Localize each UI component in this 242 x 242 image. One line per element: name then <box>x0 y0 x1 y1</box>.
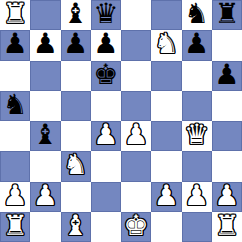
square-f1[interactable] <box>151 212 181 242</box>
piece-black-knight: ♞ <box>3 91 28 120</box>
square-d6[interactable]: ♚ <box>91 61 121 91</box>
square-f3[interactable] <box>151 151 181 181</box>
square-e8[interactable] <box>121 0 151 30</box>
square-b6[interactable] <box>30 61 60 91</box>
square-a1[interactable]: ♜ <box>0 212 30 242</box>
square-g8[interactable]: ♞ <box>182 0 212 30</box>
square-g1[interactable] <box>182 212 212 242</box>
square-c6[interactable] <box>61 61 91 91</box>
square-g2[interactable]: ♟ <box>182 182 212 212</box>
square-c4[interactable] <box>61 121 91 151</box>
square-a6[interactable] <box>0 61 30 91</box>
square-d1[interactable] <box>91 212 121 242</box>
piece-white-pawn: ♟ <box>3 182 28 211</box>
square-h8[interactable]: ♜ <box>212 0 242 30</box>
square-a4[interactable] <box>0 121 30 151</box>
square-h6[interactable]: ♟ <box>212 61 242 91</box>
piece-white-rook: ♜ <box>3 0 28 29</box>
square-e5[interactable] <box>121 91 151 121</box>
square-h4[interactable] <box>212 121 242 151</box>
square-d7[interactable]: ♟ <box>91 30 121 60</box>
chess-board: ♜♝♛♞♜♟♟♟♟♞♟♚♟♞♝♟♟♛♞♟♟♟♟♟♜♝♚♜ <box>0 0 242 242</box>
square-a7[interactable]: ♟ <box>0 30 30 60</box>
piece-white-knight: ♞ <box>63 151 88 180</box>
piece-white-pawn: ♟ <box>33 182 58 211</box>
piece-black-pawn: ♟ <box>93 30 118 59</box>
square-b8[interactable] <box>30 0 60 30</box>
square-f8[interactable] <box>151 0 181 30</box>
square-g4[interactable]: ♛ <box>182 121 212 151</box>
square-f6[interactable] <box>151 61 181 91</box>
piece-white-rook: ♜ <box>3 212 28 241</box>
piece-black-bishop: ♝ <box>63 0 88 29</box>
square-b7[interactable]: ♟ <box>30 30 60 60</box>
piece-white-pawn: ♟ <box>124 121 149 150</box>
square-a5[interactable]: ♞ <box>0 91 30 121</box>
square-c2[interactable] <box>61 182 91 212</box>
piece-black-pawn: ♟ <box>184 30 209 59</box>
square-g6[interactable] <box>182 61 212 91</box>
square-e3[interactable] <box>121 151 151 181</box>
square-d5[interactable] <box>91 91 121 121</box>
square-g7[interactable]: ♟ <box>182 30 212 60</box>
square-h5[interactable] <box>212 91 242 121</box>
square-h1[interactable]: ♜ <box>212 212 242 242</box>
square-a8[interactable]: ♜ <box>0 0 30 30</box>
piece-white-pawn: ♟ <box>184 182 209 211</box>
piece-white-king: ♚ <box>124 212 149 241</box>
piece-white-bishop: ♝ <box>63 212 88 241</box>
piece-white-rook: ♜ <box>214 212 239 241</box>
square-a2[interactable]: ♟ <box>0 182 30 212</box>
piece-white-queen: ♛ <box>184 121 209 150</box>
piece-white-pawn: ♟ <box>93 121 118 150</box>
square-h3[interactable] <box>212 151 242 181</box>
piece-black-pawn: ♟ <box>63 30 88 59</box>
piece-black-queen: ♛ <box>93 0 118 29</box>
square-d2[interactable] <box>91 182 121 212</box>
square-f7[interactable]: ♞ <box>151 30 181 60</box>
piece-black-bishop: ♝ <box>33 121 58 150</box>
piece-black-pawn: ♟ <box>214 61 239 90</box>
square-g3[interactable] <box>182 151 212 181</box>
square-f2[interactable]: ♟ <box>151 182 181 212</box>
square-b5[interactable] <box>30 91 60 121</box>
piece-black-pawn: ♟ <box>3 30 28 59</box>
square-b2[interactable]: ♟ <box>30 182 60 212</box>
square-b4[interactable]: ♝ <box>30 121 60 151</box>
square-d4[interactable]: ♟ <box>91 121 121 151</box>
square-c3[interactable]: ♞ <box>61 151 91 181</box>
piece-black-pawn: ♟ <box>33 30 58 59</box>
piece-black-rook: ♜ <box>214 0 239 29</box>
square-d3[interactable] <box>91 151 121 181</box>
square-b1[interactable] <box>30 212 60 242</box>
piece-black-king: ♚ <box>93 61 118 90</box>
square-e4[interactable]: ♟ <box>121 121 151 151</box>
square-c8[interactable]: ♝ <box>61 0 91 30</box>
square-c1[interactable]: ♝ <box>61 212 91 242</box>
piece-white-pawn: ♟ <box>154 182 179 211</box>
square-e2[interactable] <box>121 182 151 212</box>
square-e1[interactable]: ♚ <box>121 212 151 242</box>
square-h7[interactable] <box>212 30 242 60</box>
square-f4[interactable] <box>151 121 181 151</box>
square-c5[interactable] <box>61 91 91 121</box>
piece-white-knight: ♞ <box>154 30 179 59</box>
square-d8[interactable]: ♛ <box>91 0 121 30</box>
square-c7[interactable]: ♟ <box>61 30 91 60</box>
square-g5[interactable] <box>182 91 212 121</box>
piece-black-knight: ♞ <box>184 0 209 29</box>
square-e6[interactable] <box>121 61 151 91</box>
piece-white-pawn: ♟ <box>214 182 239 211</box>
square-e7[interactable] <box>121 30 151 60</box>
square-h2[interactable]: ♟ <box>212 182 242 212</box>
square-a3[interactable] <box>0 151 30 181</box>
square-b3[interactable] <box>30 151 60 181</box>
square-f5[interactable] <box>151 91 181 121</box>
